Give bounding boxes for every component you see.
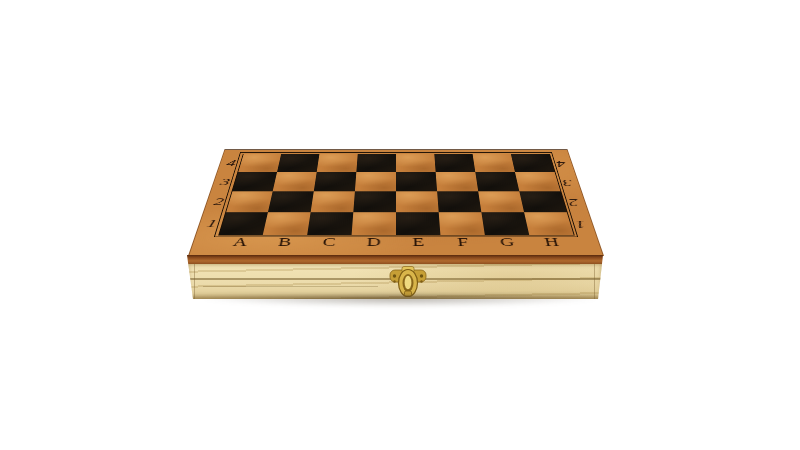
floor-shadow [203,295,597,307]
box-front [186,255,604,299]
file-labels: ABCDEFGH [214,235,578,256]
board-square-g2 [478,191,524,212]
board-square-f2 [437,191,481,212]
file-label: A [214,235,264,256]
file-label: D [351,235,397,256]
board-square-e2 [396,191,439,212]
board-square-c4 [317,154,358,172]
file-label: B [260,235,309,256]
board-square-h1 [524,212,573,234]
board-square-d4 [356,154,396,172]
board-square-h4 [511,154,555,172]
scene: 4321 4321 ABCDEFGH [0,0,800,450]
board-square-a4 [238,154,282,172]
board-square-a2 [226,191,273,212]
board-square-e4 [396,154,436,172]
board-square-c2 [311,191,355,212]
file-label: F [440,235,487,256]
chess-board-top: 4321 4321 ABCDEFGH [188,149,604,256]
board-square-g1 [481,212,529,234]
board-square-d3 [355,172,396,191]
board-square-f4 [434,154,475,172]
file-label: H [528,235,578,256]
file-label: C [305,235,352,256]
left-corner-edge [194,264,195,299]
board-square-g3 [475,172,519,191]
board-square-d2 [353,191,396,212]
checkerboard [218,154,574,236]
board-square-d1 [352,212,396,234]
wood-grain-line [203,286,379,287]
board-square-c1 [307,212,353,234]
board-square-h2 [519,191,566,212]
board-square-c3 [314,172,356,191]
board-square-a3 [232,172,277,191]
board-square-b4 [277,154,319,172]
brass-clasp-icon [388,263,428,299]
board-square-f3 [436,172,478,191]
board-frame [214,152,578,237]
board-square-b3 [273,172,317,191]
board-square-b2 [268,191,314,212]
board-square-f1 [439,212,485,234]
right-corner-edge [594,264,595,299]
board-square-h3 [515,172,560,191]
board-square-e1 [396,212,440,234]
file-label: E [396,235,442,256]
board-square-g4 [472,154,514,172]
board-square-b1 [263,212,311,234]
board-square-a1 [219,212,268,234]
board-square-e3 [396,172,437,191]
file-label: G [484,235,533,256]
